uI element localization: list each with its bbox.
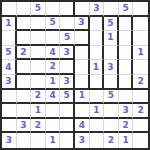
cell-r3c8[interactable]: 1: [104, 31, 119, 46]
cell-r7c9[interactable]: [119, 90, 134, 105]
cell-r7c5[interactable]: 5: [60, 90, 75, 105]
given-digit: 3: [122, 106, 128, 115]
cell-r2c9[interactable]: [119, 17, 134, 32]
suguru-board: 5351535515243142133132245151132324231321: [0, 0, 150, 150]
given-digit: 1: [49, 136, 55, 145]
cell-r7c7[interactable]: [90, 90, 105, 105]
given-digit: 1: [93, 106, 99, 115]
given-digit: 4: [5, 63, 11, 72]
given-digit: 2: [138, 77, 144, 86]
cell-r9c10[interactable]: [133, 119, 148, 134]
cell-r5c1[interactable]: 4: [2, 60, 17, 75]
cell-r1c10[interactable]: [133, 2, 148, 17]
given-digit: 1: [93, 63, 99, 72]
cell-r6c8[interactable]: [104, 75, 119, 90]
cell-r5c5[interactable]: [60, 60, 75, 75]
given-digit: 5: [5, 48, 11, 57]
cell-r3c9[interactable]: [119, 31, 134, 46]
given-digit: 1: [5, 19, 11, 28]
cell-r5c3[interactable]: [31, 60, 46, 75]
given-digit: 5: [35, 4, 41, 13]
cell-r1c5[interactable]: [60, 2, 75, 17]
given-digit: 1: [79, 91, 85, 100]
cell-r8c9[interactable]: 3: [119, 104, 134, 119]
cell-r7c4[interactable]: 4: [46, 90, 61, 105]
cell-r6c7[interactable]: [90, 75, 105, 90]
cell-r2c1[interactable]: 1: [2, 17, 17, 32]
given-digit: 3: [93, 4, 99, 13]
cell-r7c10[interactable]: [133, 90, 148, 105]
cell-r9c3[interactable]: 2: [31, 119, 46, 134]
cell-r2c10[interactable]: [133, 17, 148, 32]
cell-r4c5[interactable]: 3: [60, 46, 75, 61]
given-digit: 4: [49, 91, 55, 100]
given-digit: 4: [79, 121, 85, 130]
cell-r4c3[interactable]: [31, 46, 46, 61]
cell-r6c10[interactable]: 2: [133, 75, 148, 90]
cell-r7c3[interactable]: 2: [31, 90, 46, 105]
cell-r10c9[interactable]: 1: [119, 133, 134, 148]
given-digit: 1: [138, 48, 144, 57]
cell-r10c5[interactable]: [60, 133, 75, 148]
cell-r1c1[interactable]: [2, 2, 17, 17]
cell-r9c8[interactable]: [104, 119, 119, 134]
cell-r5c7[interactable]: 1: [90, 60, 105, 75]
given-digit: 3: [20, 121, 26, 130]
cell-r9c7[interactable]: [90, 119, 105, 134]
cell-r9c6[interactable]: 4: [75, 119, 90, 134]
given-digit: 5: [122, 4, 128, 13]
cell-r6c5[interactable]: 3: [60, 75, 75, 90]
cell-r2c3[interactable]: [31, 17, 46, 32]
cell-r8c4[interactable]: [46, 104, 61, 119]
cell-r8c5[interactable]: [60, 104, 75, 119]
cell-r6c9[interactable]: [119, 75, 134, 90]
cell-r1c6[interactable]: [75, 2, 90, 17]
cell-r2c7[interactable]: [90, 17, 105, 32]
given-digit: 3: [5, 77, 11, 86]
cell-r1c8[interactable]: [104, 2, 119, 17]
cell-r8c8[interactable]: [104, 104, 119, 119]
cell-r10c10[interactable]: [133, 133, 148, 148]
cell-r4c6[interactable]: [75, 46, 90, 61]
cell-r5c4[interactable]: 2: [46, 60, 61, 75]
cell-r5c10[interactable]: [133, 60, 148, 75]
cell-r10c1[interactable]: 3: [2, 133, 17, 148]
cell-r1c7[interactable]: 3: [90, 2, 105, 17]
cell-r3c4[interactable]: [46, 31, 61, 46]
cell-r10c7[interactable]: [90, 133, 105, 148]
cell-r7c2[interactable]: [17, 90, 32, 105]
given-digit: 3: [64, 48, 70, 57]
cell-r9c5[interactable]: [60, 119, 75, 134]
cell-r10c4[interactable]: 1: [46, 133, 61, 148]
given-digit: 2: [20, 48, 26, 57]
given-digit: 3: [6, 136, 12, 145]
cell-r5c8[interactable]: 3: [104, 60, 119, 75]
given-digit: 3: [79, 136, 85, 145]
given-digit: 4: [49, 48, 55, 57]
given-digit: 1: [35, 106, 41, 115]
given-digit: 2: [35, 121, 41, 130]
cell-r7c6[interactable]: 1: [75, 90, 90, 105]
given-digit: 5: [64, 91, 70, 100]
cell-r8c6[interactable]: [75, 104, 90, 119]
cell-r9c9[interactable]: 2: [119, 119, 134, 134]
given-digit: 2: [122, 121, 128, 130]
given-digit: 5: [107, 19, 113, 28]
cell-r9c2[interactable]: 3: [17, 119, 32, 134]
given-digit: 5: [49, 18, 55, 27]
cell-r4c4[interactable]: 4: [46, 46, 61, 61]
cell-r5c9[interactable]: [119, 60, 134, 75]
cell-r10c2[interactable]: [17, 133, 32, 148]
cell-r5c2[interactable]: [17, 60, 32, 75]
cell-r2c8[interactable]: 5: [104, 17, 119, 32]
cell-r3c6[interactable]: [75, 31, 90, 46]
cell-r10c8[interactable]: 2: [104, 133, 119, 148]
cell-r3c1[interactable]: [2, 31, 17, 46]
cell-r4c8[interactable]: [104, 46, 119, 61]
cell-r8c10[interactable]: 2: [133, 104, 148, 119]
cell-r3c3[interactable]: [31, 31, 46, 46]
cell-r8c7[interactable]: 1: [90, 104, 105, 119]
given-digit: 3: [107, 63, 113, 72]
cell-r3c7[interactable]: [90, 31, 105, 46]
cell-r6c1[interactable]: 3: [2, 75, 17, 90]
cell-r5c6[interactable]: [75, 60, 90, 75]
cell-r4c9[interactable]: [119, 46, 134, 61]
cell-r6c3[interactable]: [31, 75, 46, 90]
given-digit: 3: [78, 18, 84, 27]
given-digit: 1: [49, 77, 55, 86]
cell-r6c2[interactable]: [17, 75, 32, 90]
cell-r1c4[interactable]: [46, 2, 61, 17]
cell-r4c1[interactable]: 5: [2, 46, 17, 61]
cell-r9c1[interactable]: [2, 119, 17, 134]
given-digit: 2: [35, 91, 41, 100]
cell-r8c2[interactable]: [17, 104, 32, 119]
given-digit: 5: [64, 33, 70, 42]
given-digit: 2: [138, 106, 144, 115]
cell-r4c2[interactable]: 2: [17, 46, 32, 61]
cell-r2c2[interactable]: [17, 17, 32, 32]
cell-r9c4[interactable]: [46, 119, 61, 134]
cell-r3c10[interactable]: [133, 31, 148, 46]
given-digit: 2: [108, 136, 114, 145]
cell-r1c3[interactable]: 5: [31, 2, 46, 17]
cell-r6c4[interactable]: 1: [46, 75, 61, 90]
cell-r2c5[interactable]: [60, 17, 75, 32]
given-digit: 2: [49, 62, 55, 71]
cell-r1c9[interactable]: 5: [119, 2, 134, 17]
cell-r1c2[interactable]: [17, 2, 32, 17]
cell-r2c6[interactable]: 3: [75, 17, 90, 32]
cell-r3c2[interactable]: [17, 31, 32, 46]
given-digit: 1: [107, 33, 113, 42]
cell-r8c3[interactable]: 1: [31, 104, 46, 119]
given-digit: 1: [122, 136, 128, 145]
given-digit: 5: [108, 91, 114, 100]
cell-r4c10[interactable]: 1: [133, 46, 148, 61]
cell-r3c5[interactable]: 5: [60, 31, 75, 46]
cell-r2c4[interactable]: 5: [46, 17, 61, 32]
cell-r8c1[interactable]: [2, 104, 17, 119]
given-digit: 3: [64, 77, 70, 86]
cell-r6c6[interactable]: [75, 75, 90, 90]
cell-r7c1[interactable]: [2, 90, 17, 105]
cell-r10c3[interactable]: [31, 133, 46, 148]
cell-r10c6[interactable]: 3: [75, 133, 90, 148]
cell-r4c7[interactable]: [90, 46, 105, 61]
cell-r7c8[interactable]: 5: [104, 90, 119, 105]
